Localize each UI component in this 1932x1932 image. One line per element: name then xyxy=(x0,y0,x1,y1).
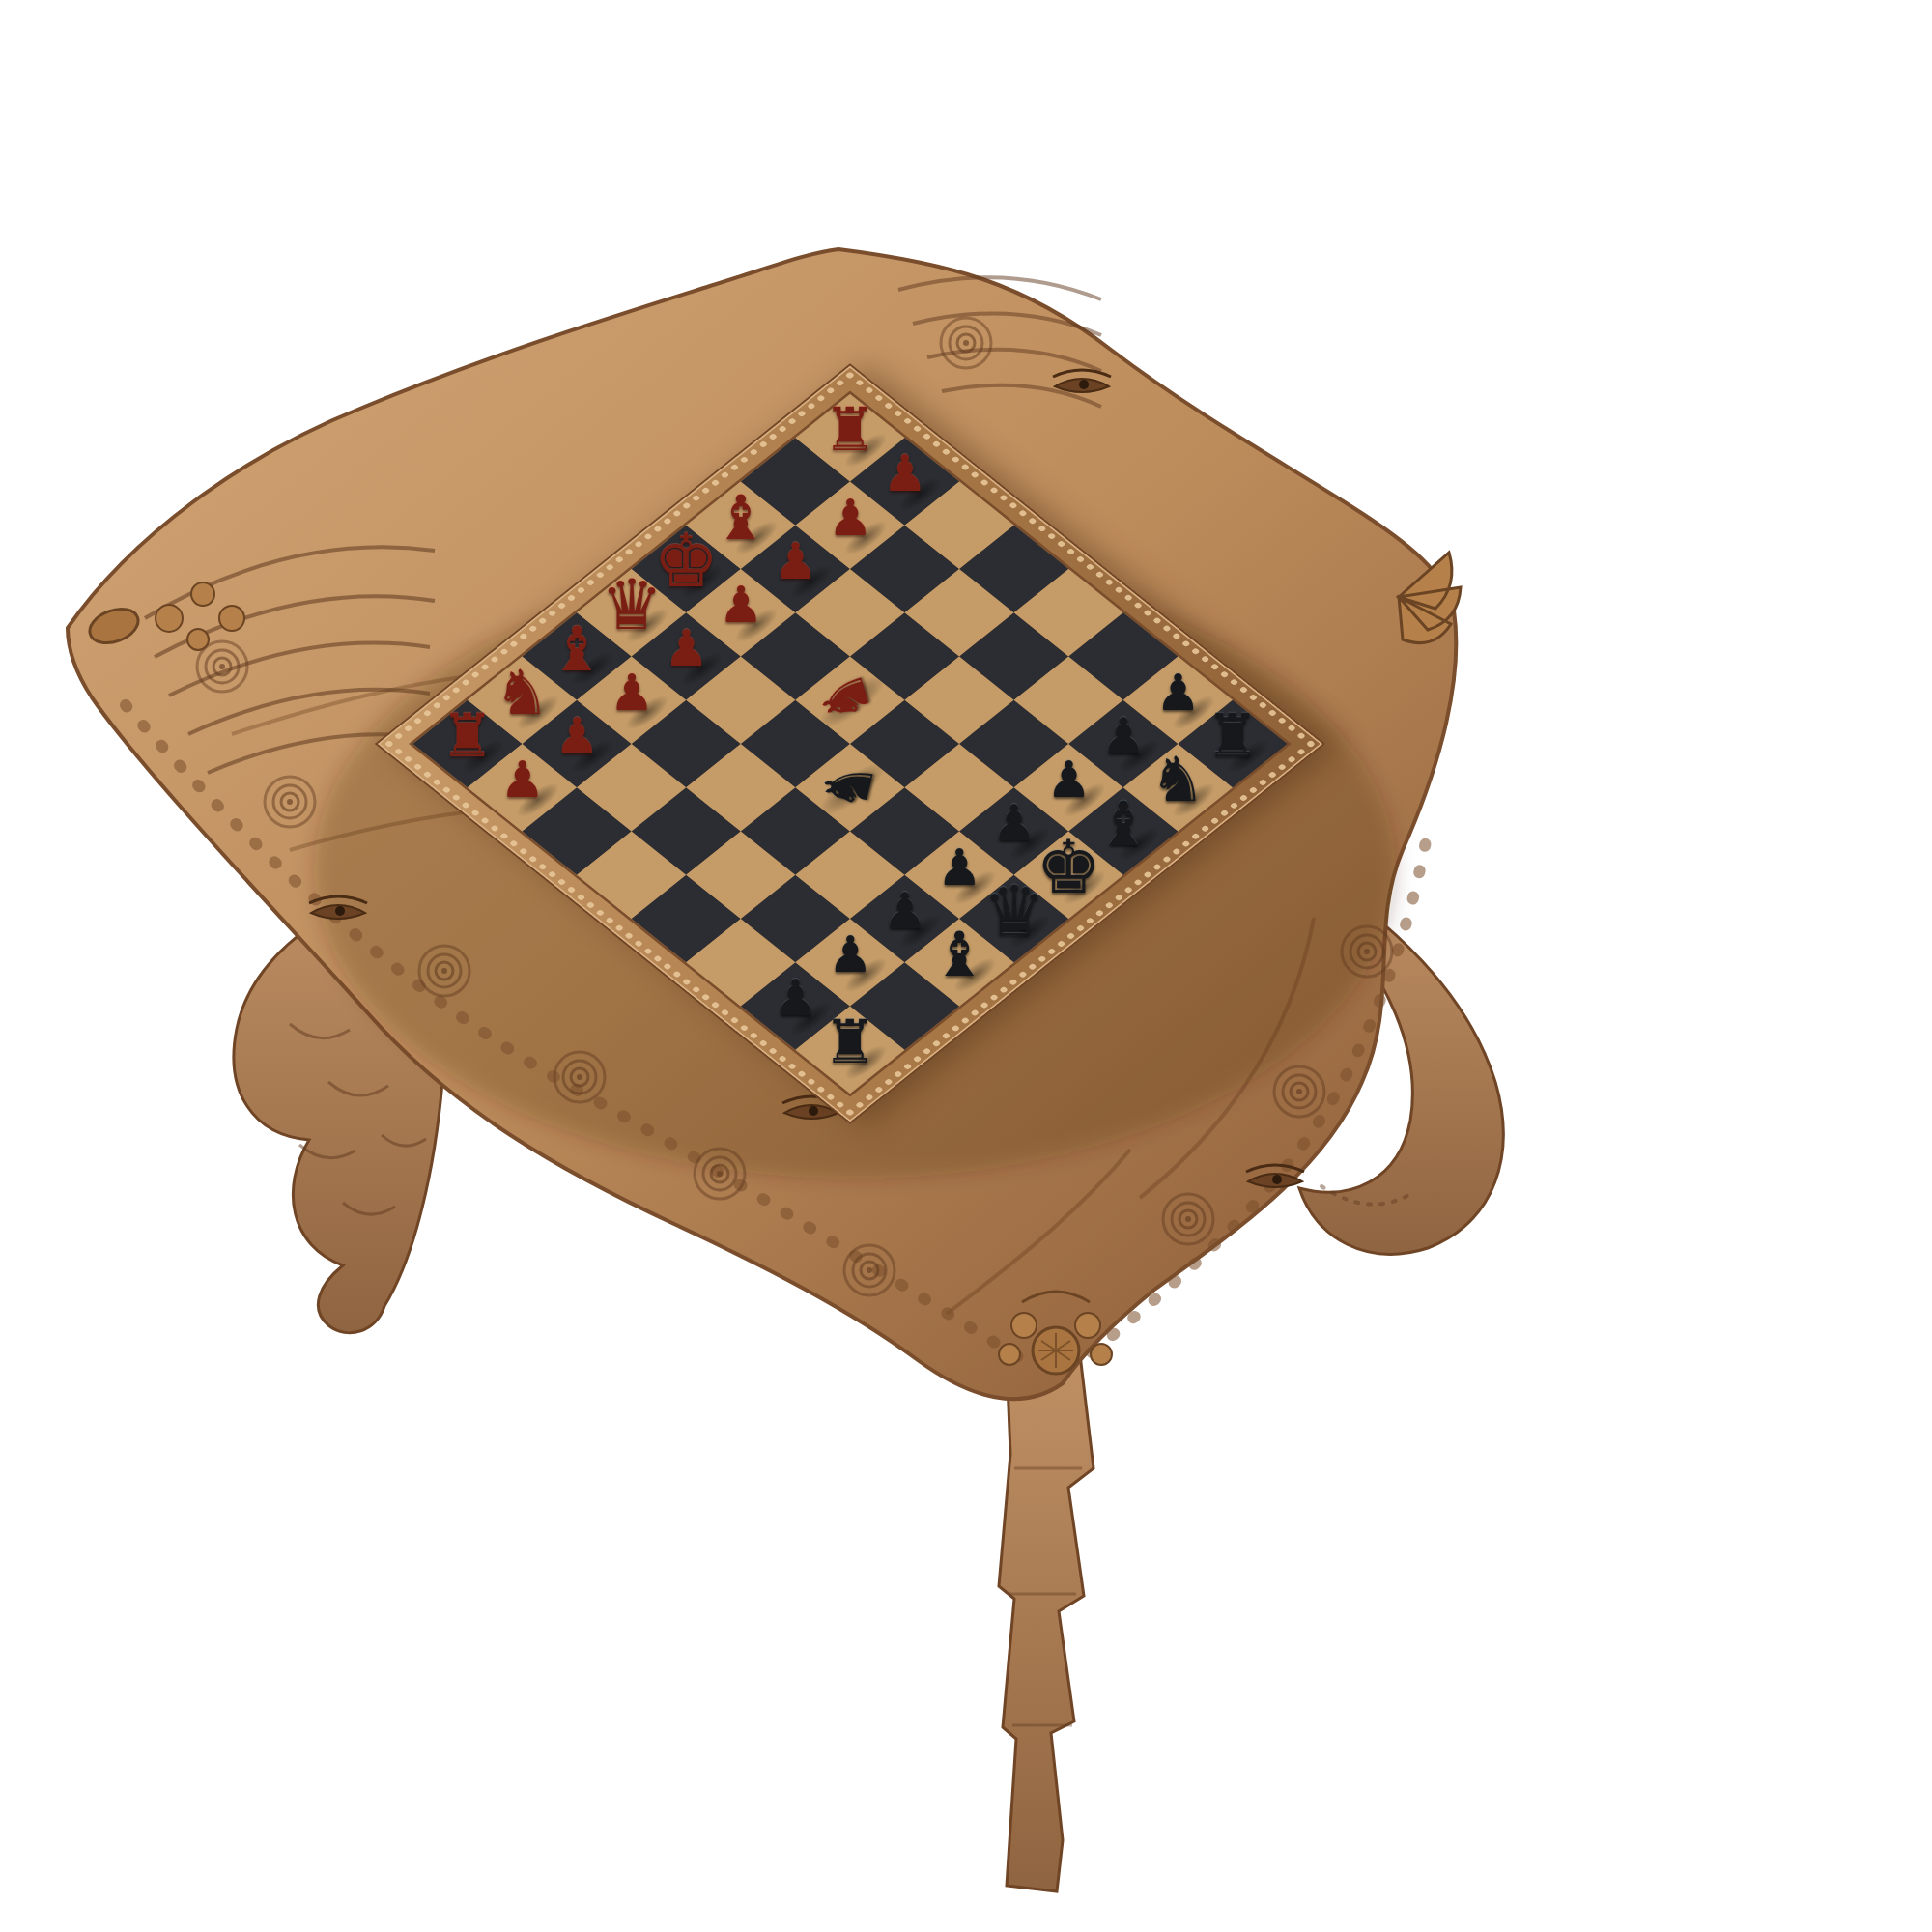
black-knight-g8[interactable]: ♞ xyxy=(1151,749,1206,810)
red-pawn-h2[interactable]: ♟ xyxy=(882,448,927,498)
black-rook-h8[interactable]: ♜ xyxy=(1206,706,1260,766)
red-king-e1[interactable]: ♚ xyxy=(653,525,719,598)
red-pawn-c2[interactable]: ♟ xyxy=(609,668,654,718)
black-pawn-g7[interactable]: ♟ xyxy=(1101,711,1147,761)
red-pawn-e2[interactable]: ♟ xyxy=(719,580,764,630)
front-leg xyxy=(999,1354,1094,1891)
black-pawn-h7[interactable]: ♟ xyxy=(1155,668,1201,718)
product-photo: ♜♞♝♛♚♝♜♟♟♟♟♟♟♟♟♞♞♟♟♟♟♟♟♟♟♜♝♛♚♝♞♜ xyxy=(0,0,1932,1932)
black-knight-d5-fallen[interactable]: ♞ xyxy=(812,755,885,815)
black-pawn-b7[interactable]: ♟ xyxy=(828,929,873,980)
red-pawn-b2[interactable]: ♟ xyxy=(554,711,600,761)
black-rook-a8[interactable]: ♜ xyxy=(823,1012,877,1072)
black-bishop-f8[interactable]: ♝ xyxy=(1095,793,1151,855)
red-knight-b1[interactable]: ♞ xyxy=(495,662,550,724)
red-rook-h1[interactable]: ♜ xyxy=(823,400,877,460)
red-bishop-f1[interactable]: ♝ xyxy=(713,487,768,549)
black-pawn-a7[interactable]: ♟ xyxy=(773,974,818,1024)
black-bishop-c8[interactable]: ♝ xyxy=(931,923,986,985)
red-pawn-d2[interactable]: ♟ xyxy=(664,623,709,673)
red-pawn-f2[interactable]: ♟ xyxy=(773,536,818,586)
red-bishop-c1[interactable]: ♝ xyxy=(549,617,604,679)
black-king-e8[interactable]: ♚ xyxy=(1036,831,1101,904)
red-rook-a1[interactable]: ♜ xyxy=(440,706,495,766)
red-pawn-g2[interactable]: ♟ xyxy=(828,493,873,543)
red-pawn-a2[interactable]: ♟ xyxy=(499,754,545,805)
black-pawn-c7[interactable]: ♟ xyxy=(882,886,927,936)
black-pawn-e7[interactable]: ♟ xyxy=(991,799,1037,849)
black-pawn-d7[interactable]: ♟ xyxy=(937,842,982,893)
black-pawn-f7[interactable]: ♟ xyxy=(1046,754,1092,805)
